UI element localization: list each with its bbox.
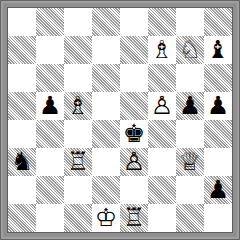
square-g2[interactable]: [176, 176, 204, 204]
square-g6[interactable]: [176, 64, 204, 92]
square-c8[interactable]: [64, 8, 92, 36]
chess-board-frame: ♗♘♝♟♗♙♟♟♚♞♖♙♕♟♔♖: [0, 0, 240, 240]
square-f6[interactable]: [148, 64, 176, 92]
piece-white-bishop-c5[interactable]: ♗: [67, 92, 89, 120]
square-e8[interactable]: [120, 8, 148, 36]
square-c5[interactable]: ♗: [64, 92, 92, 120]
square-h8[interactable]: [204, 8, 232, 36]
square-f7[interactable]: ♗: [148, 36, 176, 64]
piece-white-rook-c3[interactable]: ♖: [67, 148, 89, 176]
square-b1[interactable]: [36, 204, 64, 232]
square-c2[interactable]: [64, 176, 92, 204]
square-b3[interactable]: [36, 148, 64, 176]
square-h1[interactable]: [204, 204, 232, 232]
square-f4[interactable]: [148, 120, 176, 148]
piece-black-pawn-b5[interactable]: ♟: [39, 92, 61, 120]
square-g7[interactable]: ♘: [176, 36, 204, 64]
square-c3[interactable]: ♖: [64, 148, 92, 176]
square-h4[interactable]: [204, 120, 232, 148]
square-h7[interactable]: ♝: [204, 36, 232, 64]
piece-white-bishop-f7[interactable]: ♗: [151, 36, 173, 64]
square-h3[interactable]: [204, 148, 232, 176]
square-e7[interactable]: [120, 36, 148, 64]
square-d6[interactable]: [92, 64, 120, 92]
square-h5[interactable]: ♟: [204, 92, 232, 120]
square-d7[interactable]: [92, 36, 120, 64]
square-f2[interactable]: [148, 176, 176, 204]
square-g5[interactable]: ♟: [176, 92, 204, 120]
square-g8[interactable]: [176, 8, 204, 36]
square-a1[interactable]: [8, 204, 36, 232]
piece-black-pawn-h5[interactable]: ♟: [207, 92, 229, 120]
square-h6[interactable]: [204, 64, 232, 92]
square-e1[interactable]: ♖: [120, 204, 148, 232]
piece-black-pawn-h2[interactable]: ♟: [207, 176, 229, 204]
piece-black-king-e4[interactable]: ♚: [123, 120, 145, 148]
square-a3[interactable]: ♞: [8, 148, 36, 176]
square-a4[interactable]: [8, 120, 36, 148]
square-d3[interactable]: [92, 148, 120, 176]
piece-black-bishop-h7[interactable]: ♝: [207, 36, 229, 64]
piece-white-knight-g7[interactable]: ♘: [179, 36, 201, 64]
piece-white-pawn-e3[interactable]: ♙: [123, 148, 145, 176]
square-h2[interactable]: ♟: [204, 176, 232, 204]
piece-white-queen-g3[interactable]: ♕: [179, 148, 201, 176]
square-b2[interactable]: [36, 176, 64, 204]
piece-black-pawn-g5[interactable]: ♟: [179, 92, 201, 120]
square-c6[interactable]: [64, 64, 92, 92]
square-b6[interactable]: [36, 64, 64, 92]
square-c7[interactable]: [64, 36, 92, 64]
square-d4[interactable]: [92, 120, 120, 148]
square-d2[interactable]: [92, 176, 120, 204]
piece-black-knight-a3[interactable]: ♞: [11, 148, 33, 176]
square-f3[interactable]: [148, 148, 176, 176]
square-d5[interactable]: [92, 92, 120, 120]
square-a2[interactable]: [8, 176, 36, 204]
square-b8[interactable]: [36, 8, 64, 36]
square-f5[interactable]: ♙: [148, 92, 176, 120]
square-a8[interactable]: [8, 8, 36, 36]
square-e6[interactable]: [120, 64, 148, 92]
square-c1[interactable]: [64, 204, 92, 232]
square-d1[interactable]: ♔: [92, 204, 120, 232]
piece-white-rook-e1[interactable]: ♖: [123, 204, 145, 232]
square-a5[interactable]: [8, 92, 36, 120]
square-g1[interactable]: [176, 204, 204, 232]
piece-white-pawn-f5[interactable]: ♙: [151, 92, 173, 120]
chess-board: ♗♘♝♟♗♙♟♟♚♞♖♙♕♟♔♖: [7, 7, 233, 233]
square-d8[interactable]: [92, 8, 120, 36]
square-e5[interactable]: [120, 92, 148, 120]
square-g4[interactable]: [176, 120, 204, 148]
square-b7[interactable]: [36, 36, 64, 64]
square-e2[interactable]: [120, 176, 148, 204]
square-f1[interactable]: [148, 204, 176, 232]
square-e3[interactable]: ♙: [120, 148, 148, 176]
square-e4[interactable]: ♚: [120, 120, 148, 148]
square-b5[interactable]: ♟: [36, 92, 64, 120]
square-a6[interactable]: [8, 64, 36, 92]
square-g3[interactable]: ♕: [176, 148, 204, 176]
square-c4[interactable]: [64, 120, 92, 148]
square-a7[interactable]: [8, 36, 36, 64]
square-b4[interactable]: [36, 120, 64, 148]
square-f8[interactable]: [148, 8, 176, 36]
piece-white-king-d1[interactable]: ♔: [95, 204, 117, 232]
